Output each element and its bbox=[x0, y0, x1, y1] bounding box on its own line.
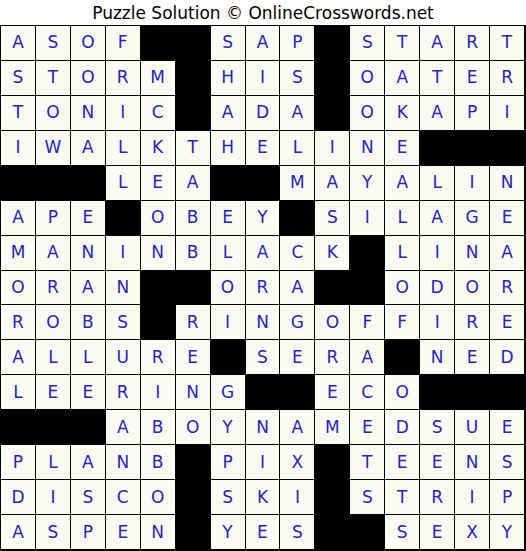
letter-cell-r8c8: R bbox=[246, 271, 281, 306]
letter-cell-r12c11: E bbox=[350, 410, 385, 445]
letter-cell-r13c12: E bbox=[385, 445, 420, 480]
letter-cell-r12c14: U bbox=[455, 410, 490, 445]
letter-cell-r15c2: S bbox=[36, 515, 71, 550]
letter-cell-r14c5: O bbox=[141, 480, 176, 515]
letter-cell-r8c7: O bbox=[211, 271, 246, 306]
letter-cell-r14c4: C bbox=[106, 480, 141, 515]
letter-cell-r11c5: I bbox=[141, 375, 176, 410]
black-cell-r12c3 bbox=[71, 410, 106, 445]
black-cell-r11c9 bbox=[280, 375, 315, 410]
letter-cell-r6c15: E bbox=[490, 201, 525, 236]
letter-cell-r6c13: A bbox=[420, 201, 455, 236]
letter-cell-r14c8: K bbox=[246, 480, 281, 515]
letter-cell-r11c10: E bbox=[315, 375, 350, 410]
letter-cell-r14c14: I bbox=[455, 480, 490, 515]
black-cell-r4c13 bbox=[420, 131, 455, 166]
letter-cell-r15c13: E bbox=[420, 515, 455, 550]
letter-cell-r6c1: A bbox=[1, 201, 36, 236]
letter-cell-r3c5: C bbox=[141, 96, 176, 131]
letter-cell-r3c14: P bbox=[455, 96, 490, 131]
letter-cell-r4c12: E bbox=[385, 131, 420, 166]
black-cell-r1c6 bbox=[176, 26, 211, 61]
letter-cell-r6c12: L bbox=[385, 201, 420, 236]
letter-cell-r1c3: O bbox=[71, 26, 106, 61]
letter-cell-r5c6: A bbox=[176, 166, 211, 201]
page-title: Puzzle Solution © OnlineCrosswords.net bbox=[0, 0, 526, 25]
letter-cell-r1c1: A bbox=[1, 26, 36, 61]
black-cell-r4c14 bbox=[455, 131, 490, 166]
letter-cell-r3c12: K bbox=[385, 96, 420, 131]
letter-cell-r7c12: L bbox=[385, 236, 420, 271]
letter-cell-r13c13: E bbox=[420, 445, 455, 480]
letter-cell-r5c5: E bbox=[141, 166, 176, 201]
letter-cell-r6c14: G bbox=[455, 201, 490, 236]
letter-cell-r2c14: E bbox=[455, 61, 490, 96]
letter-cell-r15c3: P bbox=[71, 515, 106, 550]
letter-cell-r6c5: O bbox=[141, 201, 176, 236]
letter-cell-r8c12: O bbox=[385, 271, 420, 306]
letter-cell-r2c7: H bbox=[211, 61, 246, 96]
letter-cell-r13c2: L bbox=[36, 445, 71, 480]
letter-cell-r1c13: A bbox=[420, 26, 455, 61]
letter-cell-r6c7: E bbox=[211, 201, 246, 236]
letter-cell-r10c6: E bbox=[176, 340, 211, 375]
letter-cell-r4c4: L bbox=[106, 131, 141, 166]
letter-cell-r10c2: L bbox=[36, 340, 71, 375]
letter-cell-r7c6: B bbox=[176, 236, 211, 271]
black-cell-r5c2 bbox=[36, 166, 71, 201]
letter-cell-r1c15: T bbox=[490, 26, 525, 61]
letter-cell-r12c9: A bbox=[280, 410, 315, 445]
letter-cell-r14c3: S bbox=[71, 480, 106, 515]
letter-cell-r9c8: N bbox=[246, 305, 281, 340]
letter-cell-r2c5: M bbox=[141, 61, 176, 96]
letter-cell-r7c5: N bbox=[141, 236, 176, 271]
letter-cell-r10c10: R bbox=[315, 340, 350, 375]
letter-cell-r12c7: Y bbox=[211, 410, 246, 445]
letter-cell-r5c4: L bbox=[106, 166, 141, 201]
letter-cell-r1c7: S bbox=[211, 26, 246, 61]
letter-cell-r7c4: I bbox=[106, 236, 141, 271]
letter-cell-r1c9: P bbox=[280, 26, 315, 61]
letter-cell-r11c12: O bbox=[385, 375, 420, 410]
letter-cell-r4c11: N bbox=[350, 131, 385, 166]
letter-cell-r1c14: R bbox=[455, 26, 490, 61]
letter-cell-r6c6: B bbox=[176, 201, 211, 236]
black-cell-r11c14 bbox=[455, 375, 490, 410]
letter-cell-r8c9: A bbox=[280, 271, 315, 306]
letter-cell-r7c10: K bbox=[315, 236, 350, 271]
black-cell-r1c10 bbox=[315, 26, 350, 61]
black-cell-r8c5 bbox=[141, 271, 176, 306]
black-cell-r9c5 bbox=[141, 305, 176, 340]
letter-cell-r11c11: C bbox=[350, 375, 385, 410]
letter-cell-r8c15: R bbox=[490, 271, 525, 306]
black-cell-r4c15 bbox=[490, 131, 525, 166]
black-cell-r15c11 bbox=[350, 515, 385, 550]
black-cell-r8c11 bbox=[350, 271, 385, 306]
letter-cell-r4c7: H bbox=[211, 131, 246, 166]
letter-cell-r7c3: N bbox=[71, 236, 106, 271]
black-cell-r10c12 bbox=[385, 340, 420, 375]
black-cell-r12c2 bbox=[36, 410, 71, 445]
letter-cell-r15c4: E bbox=[106, 515, 141, 550]
letter-cell-r7c9: C bbox=[280, 236, 315, 271]
black-cell-r8c10 bbox=[315, 271, 350, 306]
letter-cell-r11c6: N bbox=[176, 375, 211, 410]
letter-cell-r6c10: S bbox=[315, 201, 350, 236]
letter-cell-r3c9: A bbox=[280, 96, 315, 131]
letter-cell-r10c9: E bbox=[280, 340, 315, 375]
letter-cell-r2c2: T bbox=[36, 61, 71, 96]
letter-cell-r7c1: M bbox=[1, 236, 36, 271]
letter-cell-r8c14: O bbox=[455, 271, 490, 306]
letter-cell-r14c9: I bbox=[280, 480, 315, 515]
black-cell-r6c9 bbox=[280, 201, 315, 236]
letter-cell-r15c15: Y bbox=[490, 515, 525, 550]
letter-cell-r15c1: A bbox=[1, 515, 36, 550]
puzzle-solution-page: Puzzle Solution © OnlineCrosswords.net A… bbox=[0, 0, 526, 551]
letter-cell-r14c7: S bbox=[211, 480, 246, 515]
letter-cell-r7c2: A bbox=[36, 236, 71, 271]
letter-cell-r13c11: T bbox=[350, 445, 385, 480]
letter-cell-r11c3: E bbox=[71, 375, 106, 410]
letter-cell-r10c14: E bbox=[455, 340, 490, 375]
letter-cell-r8c4: N bbox=[106, 271, 141, 306]
black-cell-r3c10 bbox=[315, 96, 350, 131]
letter-cell-r4c8: E bbox=[246, 131, 281, 166]
letter-cell-r9c11: F bbox=[350, 305, 385, 340]
letter-cell-r13c4: N bbox=[106, 445, 141, 480]
letter-cell-r7c7: L bbox=[211, 236, 246, 271]
black-cell-r2c6 bbox=[176, 61, 211, 96]
letter-cell-r3c4: I bbox=[106, 96, 141, 131]
letter-cell-r11c7: G bbox=[211, 375, 246, 410]
black-cell-r13c10 bbox=[315, 445, 350, 480]
letter-cell-r15c14: X bbox=[455, 515, 490, 550]
black-cell-r3c6 bbox=[176, 96, 211, 131]
letter-cell-r9c13: I bbox=[420, 305, 455, 340]
letter-cell-r5c13: L bbox=[420, 166, 455, 201]
letter-cell-r2c1: S bbox=[1, 61, 36, 96]
letter-cell-r2c13: T bbox=[420, 61, 455, 96]
letter-cell-r2c8: I bbox=[246, 61, 281, 96]
letter-cell-r2c9: S bbox=[280, 61, 315, 96]
letter-cell-r14c1: D bbox=[1, 480, 36, 515]
black-cell-r5c1 bbox=[1, 166, 36, 201]
letter-cell-r2c12: A bbox=[385, 61, 420, 96]
black-cell-r2c10 bbox=[315, 61, 350, 96]
letter-cell-r12c6: O bbox=[176, 410, 211, 445]
letter-cell-r4c6: T bbox=[176, 131, 211, 166]
letter-cell-r5c11: Y bbox=[350, 166, 385, 201]
letter-cell-r3c7: A bbox=[211, 96, 246, 131]
letter-cell-r4c5: K bbox=[141, 131, 176, 166]
letter-cell-r9c9: G bbox=[280, 305, 315, 340]
letter-cell-r8c13: D bbox=[420, 271, 455, 306]
letter-cell-r3c1: T bbox=[1, 96, 36, 131]
letter-cell-r9c14: R bbox=[455, 305, 490, 340]
letter-cell-r7c8: A bbox=[246, 236, 281, 271]
letter-cell-r6c11: I bbox=[350, 201, 385, 236]
letter-cell-r5c15: N bbox=[490, 166, 525, 201]
letter-cell-r1c11: S bbox=[350, 26, 385, 61]
letter-cell-r14c12: T bbox=[385, 480, 420, 515]
black-cell-r5c8 bbox=[246, 166, 281, 201]
letter-cell-r14c13: R bbox=[420, 480, 455, 515]
letter-cell-r6c8: Y bbox=[246, 201, 281, 236]
black-cell-r11c8 bbox=[246, 375, 281, 410]
letter-cell-r13c1: P bbox=[1, 445, 36, 480]
letter-cell-r13c3: A bbox=[71, 445, 106, 480]
black-cell-r7c11 bbox=[350, 236, 385, 271]
letter-cell-r12c8: N bbox=[246, 410, 281, 445]
letter-cell-r7c15: A bbox=[490, 236, 525, 271]
letter-cell-r9c12: F bbox=[385, 305, 420, 340]
letter-cell-r9c3: B bbox=[71, 305, 106, 340]
letter-cell-r12c15: E bbox=[490, 410, 525, 445]
letter-cell-r5c12: A bbox=[385, 166, 420, 201]
black-cell-r14c6 bbox=[176, 480, 211, 515]
letter-cell-r3c2: O bbox=[36, 96, 71, 131]
letter-cell-r6c3: E bbox=[71, 201, 106, 236]
letter-cell-r1c4: F bbox=[106, 26, 141, 61]
black-cell-r11c13 bbox=[420, 375, 455, 410]
letter-cell-r7c14: N bbox=[455, 236, 490, 271]
letter-cell-r9c15: E bbox=[490, 305, 525, 340]
black-cell-r14c10 bbox=[315, 480, 350, 515]
letter-cell-r14c2: I bbox=[36, 480, 71, 515]
letter-cell-r9c4: S bbox=[106, 305, 141, 340]
letter-cell-r9c2: O bbox=[36, 305, 71, 340]
letter-cell-r13c7: P bbox=[211, 445, 246, 480]
letter-cell-r10c3: L bbox=[71, 340, 106, 375]
black-cell-r5c3 bbox=[71, 166, 106, 201]
letter-cell-r3c8: D bbox=[246, 96, 281, 131]
letter-cell-r11c4: R bbox=[106, 375, 141, 410]
letter-cell-r15c5: N bbox=[141, 515, 176, 550]
letter-cell-r2c3: O bbox=[71, 61, 106, 96]
letter-cell-r15c7: Y bbox=[211, 515, 246, 550]
letter-cell-r3c11: O bbox=[350, 96, 385, 131]
letter-cell-r12c4: A bbox=[106, 410, 141, 445]
letter-cell-r13c9: X bbox=[280, 445, 315, 480]
letter-cell-r10c1: A bbox=[1, 340, 36, 375]
letter-cell-r3c15: I bbox=[490, 96, 525, 131]
letter-cell-r3c3: N bbox=[71, 96, 106, 131]
letter-cell-r12c5: B bbox=[141, 410, 176, 445]
letter-cell-r13c14: N bbox=[455, 445, 490, 480]
letter-cell-r8c3: A bbox=[71, 271, 106, 306]
letter-cell-r13c8: I bbox=[246, 445, 281, 480]
letter-cell-r12c12: D bbox=[385, 410, 420, 445]
letter-cell-r1c12: T bbox=[385, 26, 420, 61]
letter-cell-r2c4: R bbox=[106, 61, 141, 96]
black-cell-r5c7 bbox=[211, 166, 246, 201]
letter-cell-r11c2: E bbox=[36, 375, 71, 410]
letter-cell-r9c1: R bbox=[1, 305, 36, 340]
letter-cell-r7c13: I bbox=[420, 236, 455, 271]
black-cell-r8c6 bbox=[176, 271, 211, 306]
letter-cell-r1c2: S bbox=[36, 26, 71, 61]
letter-cell-r10c13: N bbox=[420, 340, 455, 375]
letter-cell-r10c11: A bbox=[350, 340, 385, 375]
letter-cell-r8c1: O bbox=[1, 271, 36, 306]
letter-cell-r5c9: M bbox=[280, 166, 315, 201]
letter-cell-r14c11: S bbox=[350, 480, 385, 515]
letter-cell-r2c11: O bbox=[350, 61, 385, 96]
letter-cell-r12c10: M bbox=[315, 410, 350, 445]
letter-cell-r8c2: R bbox=[36, 271, 71, 306]
black-cell-r15c6 bbox=[176, 515, 211, 550]
letter-cell-r14c15: P bbox=[490, 480, 525, 515]
crossword-grid: ASOFSAPSTARTSTORMHISOATERTONICADAOKAPIIW… bbox=[0, 25, 526, 551]
letter-cell-r10c8: S bbox=[246, 340, 281, 375]
letter-cell-r9c6: R bbox=[176, 305, 211, 340]
black-cell-r10c7 bbox=[211, 340, 246, 375]
letter-cell-r9c7: I bbox=[211, 305, 246, 340]
letter-cell-r10c15: D bbox=[490, 340, 525, 375]
letter-cell-r4c10: I bbox=[315, 131, 350, 166]
letter-cell-r4c2: W bbox=[36, 131, 71, 166]
letter-cell-r15c12: S bbox=[385, 515, 420, 550]
letter-cell-r12c13: S bbox=[420, 410, 455, 445]
letter-cell-r9c10: O bbox=[315, 305, 350, 340]
letter-cell-r13c5: B bbox=[141, 445, 176, 480]
letter-cell-r11c1: L bbox=[1, 375, 36, 410]
black-cell-r11c15 bbox=[490, 375, 525, 410]
black-cell-r12c1 bbox=[1, 410, 36, 445]
letter-cell-r3c13: A bbox=[420, 96, 455, 131]
letter-cell-r15c9: S bbox=[280, 515, 315, 550]
letter-cell-r10c5: R bbox=[141, 340, 176, 375]
letter-cell-r4c1: I bbox=[1, 131, 36, 166]
black-cell-r13c6 bbox=[176, 445, 211, 480]
letter-cell-r13c15: S bbox=[490, 445, 525, 480]
letter-cell-r5c10: A bbox=[315, 166, 350, 201]
letter-cell-r1c8: A bbox=[246, 26, 281, 61]
letter-cell-r6c2: P bbox=[36, 201, 71, 236]
black-cell-r15c10 bbox=[315, 515, 350, 550]
black-cell-r6c4 bbox=[106, 201, 141, 236]
letter-cell-r5c14: I bbox=[455, 166, 490, 201]
letter-cell-r10c4: U bbox=[106, 340, 141, 375]
black-cell-r1c5 bbox=[141, 26, 176, 61]
letter-cell-r4c9: L bbox=[280, 131, 315, 166]
letter-cell-r2c15: R bbox=[490, 61, 525, 96]
letter-cell-r15c8: E bbox=[246, 515, 281, 550]
letter-cell-r4c3: A bbox=[71, 131, 106, 166]
